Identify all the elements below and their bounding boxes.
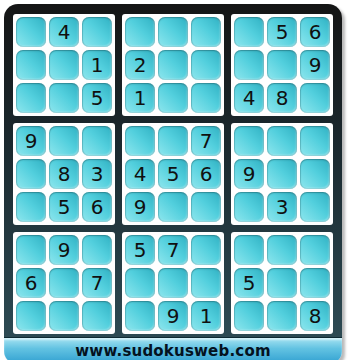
- cell-r2c4[interactable]: 2: [125, 50, 155, 80]
- cell-r9c5[interactable]: 9: [158, 301, 188, 331]
- cell-r4c1[interactable]: 9: [16, 126, 46, 156]
- cell-r8c3[interactable]: 7: [82, 268, 112, 298]
- cell-r4c6[interactable]: 7: [191, 126, 221, 156]
- box-r2c2: 74569: [122, 123, 224, 225]
- cell-r1c4[interactable]: [125, 17, 155, 47]
- cell-r3c3[interactable]: 5: [82, 83, 112, 113]
- cell-r5c4[interactable]: 4: [125, 159, 155, 189]
- cell-r9c4[interactable]: [125, 301, 155, 331]
- cell-r9c6[interactable]: 1: [191, 301, 221, 331]
- box-r2c3: 93: [231, 123, 333, 225]
- box-r3c2: 5791: [122, 232, 224, 334]
- cell-r5c6[interactable]: 6: [191, 159, 221, 189]
- cell-r2c8[interactable]: [267, 50, 297, 80]
- cell-r1c8[interactable]: 5: [267, 17, 297, 47]
- cell-r7c7[interactable]: [234, 235, 264, 265]
- cell-r1c7[interactable]: [234, 17, 264, 47]
- page: 415 21 56948 98356 74569 93 967 5791 58 …: [0, 0, 350, 360]
- cell-r9c7[interactable]: [234, 301, 264, 331]
- cell-r2c6[interactable]: [191, 50, 221, 80]
- cell-r6c6[interactable]: [191, 192, 221, 222]
- cell-r4c8[interactable]: [267, 126, 297, 156]
- cell-r7c4[interactable]: 5: [125, 235, 155, 265]
- cell-r6c2[interactable]: 5: [49, 192, 79, 222]
- cell-r4c3[interactable]: [82, 126, 112, 156]
- cell-r6c3[interactable]: 6: [82, 192, 112, 222]
- cell-r4c4[interactable]: [125, 126, 155, 156]
- cell-r9c1[interactable]: [16, 301, 46, 331]
- cell-r1c1[interactable]: [16, 17, 46, 47]
- cell-r6c1[interactable]: [16, 192, 46, 222]
- cell-r5c5[interactable]: 5: [158, 159, 188, 189]
- box-r3c1: 967: [13, 232, 115, 334]
- box-r1c1: 415: [13, 14, 115, 116]
- cell-r2c9[interactable]: 9: [300, 50, 330, 80]
- cell-r3c4[interactable]: 1: [125, 83, 155, 113]
- cell-r5c7[interactable]: 9: [234, 159, 264, 189]
- cell-r5c1[interactable]: [16, 159, 46, 189]
- sudoku-board: 415 21 56948 98356 74569 93 967 5791 58 …: [4, 4, 342, 360]
- cell-r6c7[interactable]: [234, 192, 264, 222]
- cell-r6c4[interactable]: 9: [125, 192, 155, 222]
- cell-r7c1[interactable]: [16, 235, 46, 265]
- cell-r3c1[interactable]: [16, 83, 46, 113]
- box-r3c3: 58: [231, 232, 333, 334]
- board-frame: 415 21 56948 98356 74569 93 967 5791 58: [4, 4, 342, 337]
- cell-r4c5[interactable]: [158, 126, 188, 156]
- cell-r5c2[interactable]: 8: [49, 159, 79, 189]
- box-r2c1: 98356: [13, 123, 115, 225]
- cell-r6c8[interactable]: 3: [267, 192, 297, 222]
- cell-r1c9[interactable]: 6: [300, 17, 330, 47]
- cell-r6c9[interactable]: [300, 192, 330, 222]
- cell-r8c6[interactable]: [191, 268, 221, 298]
- cell-r9c9[interactable]: 8: [300, 301, 330, 331]
- site-url[interactable]: www.sudokusweb.com: [75, 342, 270, 360]
- cell-r6c5[interactable]: [158, 192, 188, 222]
- box-r1c2: 21: [122, 14, 224, 116]
- cell-r7c3[interactable]: [82, 235, 112, 265]
- cell-r8c5[interactable]: [158, 268, 188, 298]
- cell-r9c3[interactable]: [82, 301, 112, 331]
- cell-r8c9[interactable]: [300, 268, 330, 298]
- cell-r3c6[interactable]: [191, 83, 221, 113]
- cell-r8c4[interactable]: [125, 268, 155, 298]
- cell-r3c8[interactable]: 8: [267, 83, 297, 113]
- cell-r7c2[interactable]: 9: [49, 235, 79, 265]
- cell-r3c2[interactable]: [49, 83, 79, 113]
- cell-r4c7[interactable]: [234, 126, 264, 156]
- cell-r2c2[interactable]: [49, 50, 79, 80]
- box-r1c3: 56948: [231, 14, 333, 116]
- cell-r2c5[interactable]: [158, 50, 188, 80]
- cell-r2c1[interactable]: [16, 50, 46, 80]
- cell-r5c8[interactable]: [267, 159, 297, 189]
- cell-r5c3[interactable]: 3: [82, 159, 112, 189]
- cell-r7c5[interactable]: 7: [158, 235, 188, 265]
- cell-r3c5[interactable]: [158, 83, 188, 113]
- cell-r1c5[interactable]: [158, 17, 188, 47]
- cell-r9c8[interactable]: [267, 301, 297, 331]
- cell-r4c9[interactable]: [300, 126, 330, 156]
- cell-r1c2[interactable]: 4: [49, 17, 79, 47]
- cell-r9c2[interactable]: [49, 301, 79, 331]
- cell-r7c6[interactable]: [191, 235, 221, 265]
- cell-r4c2[interactable]: [49, 126, 79, 156]
- cell-r1c3[interactable]: [82, 17, 112, 47]
- cell-r7c9[interactable]: [300, 235, 330, 265]
- cell-r2c7[interactable]: [234, 50, 264, 80]
- cell-r5c9[interactable]: [300, 159, 330, 189]
- cell-r8c8[interactable]: [267, 268, 297, 298]
- cell-r8c2[interactable]: [49, 268, 79, 298]
- sudoku-grid: 415 21 56948 98356 74569 93 967 5791 58: [13, 14, 333, 334]
- cell-r3c7[interactable]: 4: [234, 83, 264, 113]
- site-footer: www.sudokusweb.com: [4, 337, 342, 360]
- cell-r2c3[interactable]: 1: [82, 50, 112, 80]
- cell-r3c9[interactable]: [300, 83, 330, 113]
- cell-r8c7[interactable]: 5: [234, 268, 264, 298]
- cell-r7c8[interactable]: [267, 235, 297, 265]
- cell-r8c1[interactable]: 6: [16, 268, 46, 298]
- cell-r1c6[interactable]: [191, 17, 221, 47]
